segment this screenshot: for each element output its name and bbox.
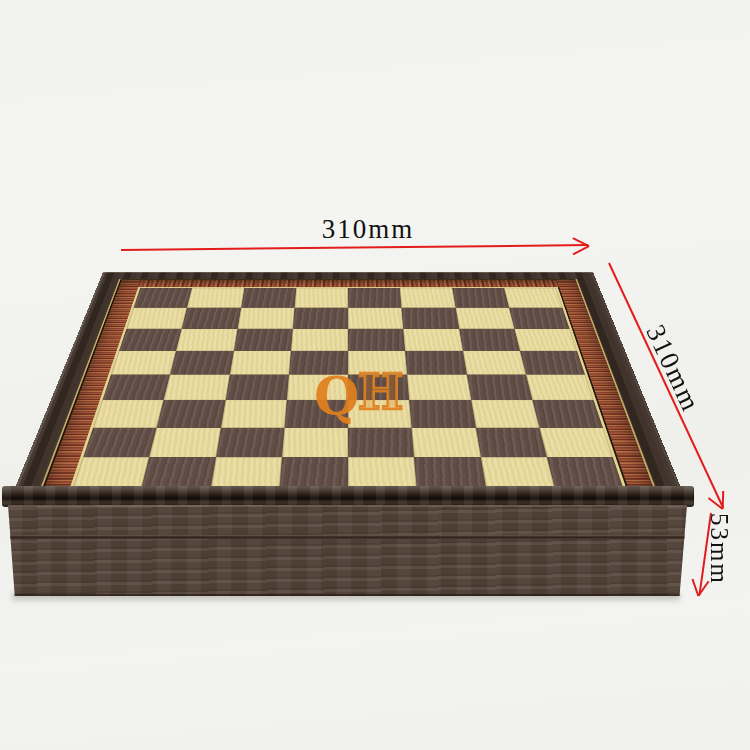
board-square — [237, 308, 294, 329]
width-dimension-label: 310mm — [288, 214, 448, 245]
board-square — [294, 288, 348, 308]
arrowhead-icon — [692, 579, 700, 597]
board-square — [111, 351, 176, 375]
board-square — [221, 400, 287, 427]
board-square — [102, 375, 170, 401]
board-square — [134, 288, 193, 308]
frame-molding — [2, 486, 694, 507]
board-square — [403, 329, 462, 351]
board-square — [504, 288, 563, 308]
board-square — [462, 351, 525, 375]
board-square — [210, 457, 282, 489]
board-square — [532, 400, 603, 427]
board-square — [225, 375, 289, 401]
board-square — [93, 400, 164, 427]
board-square — [182, 308, 241, 329]
box-front-face — [8, 505, 687, 596]
board-square — [475, 428, 546, 458]
board-square — [547, 457, 624, 489]
board-square — [452, 288, 509, 308]
board-square — [471, 400, 539, 427]
board-square — [526, 375, 594, 401]
arrowhead-icon — [573, 245, 590, 255]
watermark-letter-q: Q — [314, 370, 359, 422]
board-square — [400, 288, 455, 308]
board-square — [348, 457, 417, 489]
board-square — [72, 457, 149, 489]
board-square — [176, 329, 237, 351]
board-square — [149, 428, 220, 458]
board-square — [282, 428, 348, 458]
board-square — [455, 308, 514, 329]
board-square — [520, 351, 585, 375]
board-square — [216, 428, 285, 458]
watermark-letter-h: H — [358, 366, 403, 418]
board-square — [187, 288, 244, 308]
board-square — [348, 329, 405, 351]
ground-shadow — [12, 593, 680, 603]
board-square — [539, 428, 613, 458]
board-square — [157, 400, 225, 427]
board-square — [348, 428, 414, 458]
board-square — [141, 457, 215, 489]
board-square — [291, 329, 348, 351]
product-photo: 310mm 310mm 53mm Q H — [0, 0, 750, 750]
board-square — [480, 457, 554, 489]
board-square — [402, 308, 459, 329]
box-top-edge-highlight — [8, 505, 687, 507]
veneer-border-top — [119, 280, 577, 287]
board-square — [348, 288, 402, 308]
board-square — [459, 329, 520, 351]
board-square — [279, 457, 348, 489]
board-square — [412, 428, 481, 458]
watermark: Q H — [306, 368, 466, 428]
board-square — [164, 375, 230, 401]
board-square — [229, 351, 290, 375]
board-square — [467, 375, 533, 401]
board-square — [293, 308, 348, 329]
board-square — [509, 308, 570, 329]
board-square — [234, 329, 293, 351]
board-square — [83, 428, 157, 458]
height-dimension-label: 53mm — [705, 489, 733, 609]
board-square — [241, 288, 296, 308]
board-square — [170, 351, 233, 375]
board-square — [119, 329, 182, 351]
board-square — [514, 329, 577, 351]
lid-seam — [8, 535, 687, 539]
board-square — [414, 457, 486, 489]
board-square — [348, 308, 403, 329]
width-dimension-arrow — [121, 244, 588, 251]
board-square — [127, 308, 188, 329]
